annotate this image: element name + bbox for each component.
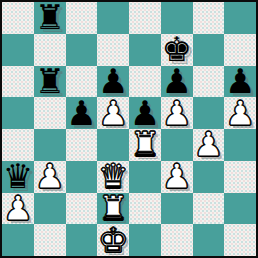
white-rook[interactable]: ♜ — [130, 129, 160, 160]
white-pawn[interactable]: ♟ — [34, 161, 64, 192]
black-rook[interactable]: ♜ — [34, 2, 64, 33]
board-grid: ♜♚♜♟♟♟♟♟♟♟♟♜♟♛♟♛♟♟♜♚ — [2, 2, 256, 256]
square-c3[interactable] — [66, 161, 98, 193]
square-e2[interactable] — [129, 193, 161, 225]
black-rook[interactable]: ♜ — [34, 66, 64, 97]
square-g6[interactable] — [193, 66, 225, 98]
square-a6[interactable] — [2, 66, 34, 98]
chess-board: ♜♚♜♟♟♟♟♟♟♟♟♜♟♛♟♛♟♟♜♚ — [0, 0, 258, 258]
square-d5[interactable]: ♟ — [97, 97, 129, 129]
square-a7[interactable] — [2, 34, 34, 66]
white-pawn[interactable]: ♟ — [98, 98, 128, 129]
square-e4[interactable]: ♜ — [129, 129, 161, 161]
square-h3[interactable] — [224, 161, 256, 193]
square-g2[interactable] — [193, 193, 225, 225]
square-f1[interactable] — [161, 224, 193, 256]
white-pawn[interactable]: ♟ — [225, 98, 255, 129]
square-g3[interactable] — [193, 161, 225, 193]
square-e1[interactable] — [129, 224, 161, 256]
square-b1[interactable] — [34, 224, 66, 256]
square-b5[interactable] — [34, 97, 66, 129]
white-pawn[interactable]: ♟ — [161, 98, 191, 129]
square-e7[interactable] — [129, 34, 161, 66]
square-h2[interactable] — [224, 193, 256, 225]
white-pawn[interactable]: ♟ — [193, 129, 223, 160]
square-e8[interactable] — [129, 2, 161, 34]
square-b2[interactable] — [34, 193, 66, 225]
square-g4[interactable]: ♟ — [193, 129, 225, 161]
square-c2[interactable] — [66, 193, 98, 225]
square-c5[interactable]: ♟ — [66, 97, 98, 129]
square-f5[interactable]: ♟ — [161, 97, 193, 129]
black-pawn[interactable]: ♟ — [66, 98, 96, 129]
white-pawn[interactable]: ♟ — [3, 193, 33, 224]
white-king[interactable]: ♚ — [98, 225, 128, 256]
square-d8[interactable] — [97, 2, 129, 34]
square-h8[interactable] — [224, 2, 256, 34]
square-a8[interactable] — [2, 2, 34, 34]
square-f3[interactable]: ♟ — [161, 161, 193, 193]
square-c1[interactable] — [66, 224, 98, 256]
square-a1[interactable] — [2, 224, 34, 256]
square-a5[interactable] — [2, 97, 34, 129]
square-b6[interactable]: ♜ — [34, 66, 66, 98]
square-h5[interactable]: ♟ — [224, 97, 256, 129]
square-h1[interactable] — [224, 224, 256, 256]
square-d1[interactable]: ♚ — [97, 224, 129, 256]
square-b3[interactable]: ♟ — [34, 161, 66, 193]
square-g8[interactable] — [193, 2, 225, 34]
square-c7[interactable] — [66, 34, 98, 66]
square-g1[interactable] — [193, 224, 225, 256]
square-h4[interactable] — [224, 129, 256, 161]
square-e3[interactable] — [129, 161, 161, 193]
square-c4[interactable] — [66, 129, 98, 161]
square-g7[interactable] — [193, 34, 225, 66]
square-c8[interactable] — [66, 2, 98, 34]
square-b8[interactable]: ♜ — [34, 2, 66, 34]
white-pawn[interactable]: ♟ — [161, 161, 191, 192]
square-f2[interactable] — [161, 193, 193, 225]
square-a2[interactable]: ♟ — [2, 193, 34, 225]
